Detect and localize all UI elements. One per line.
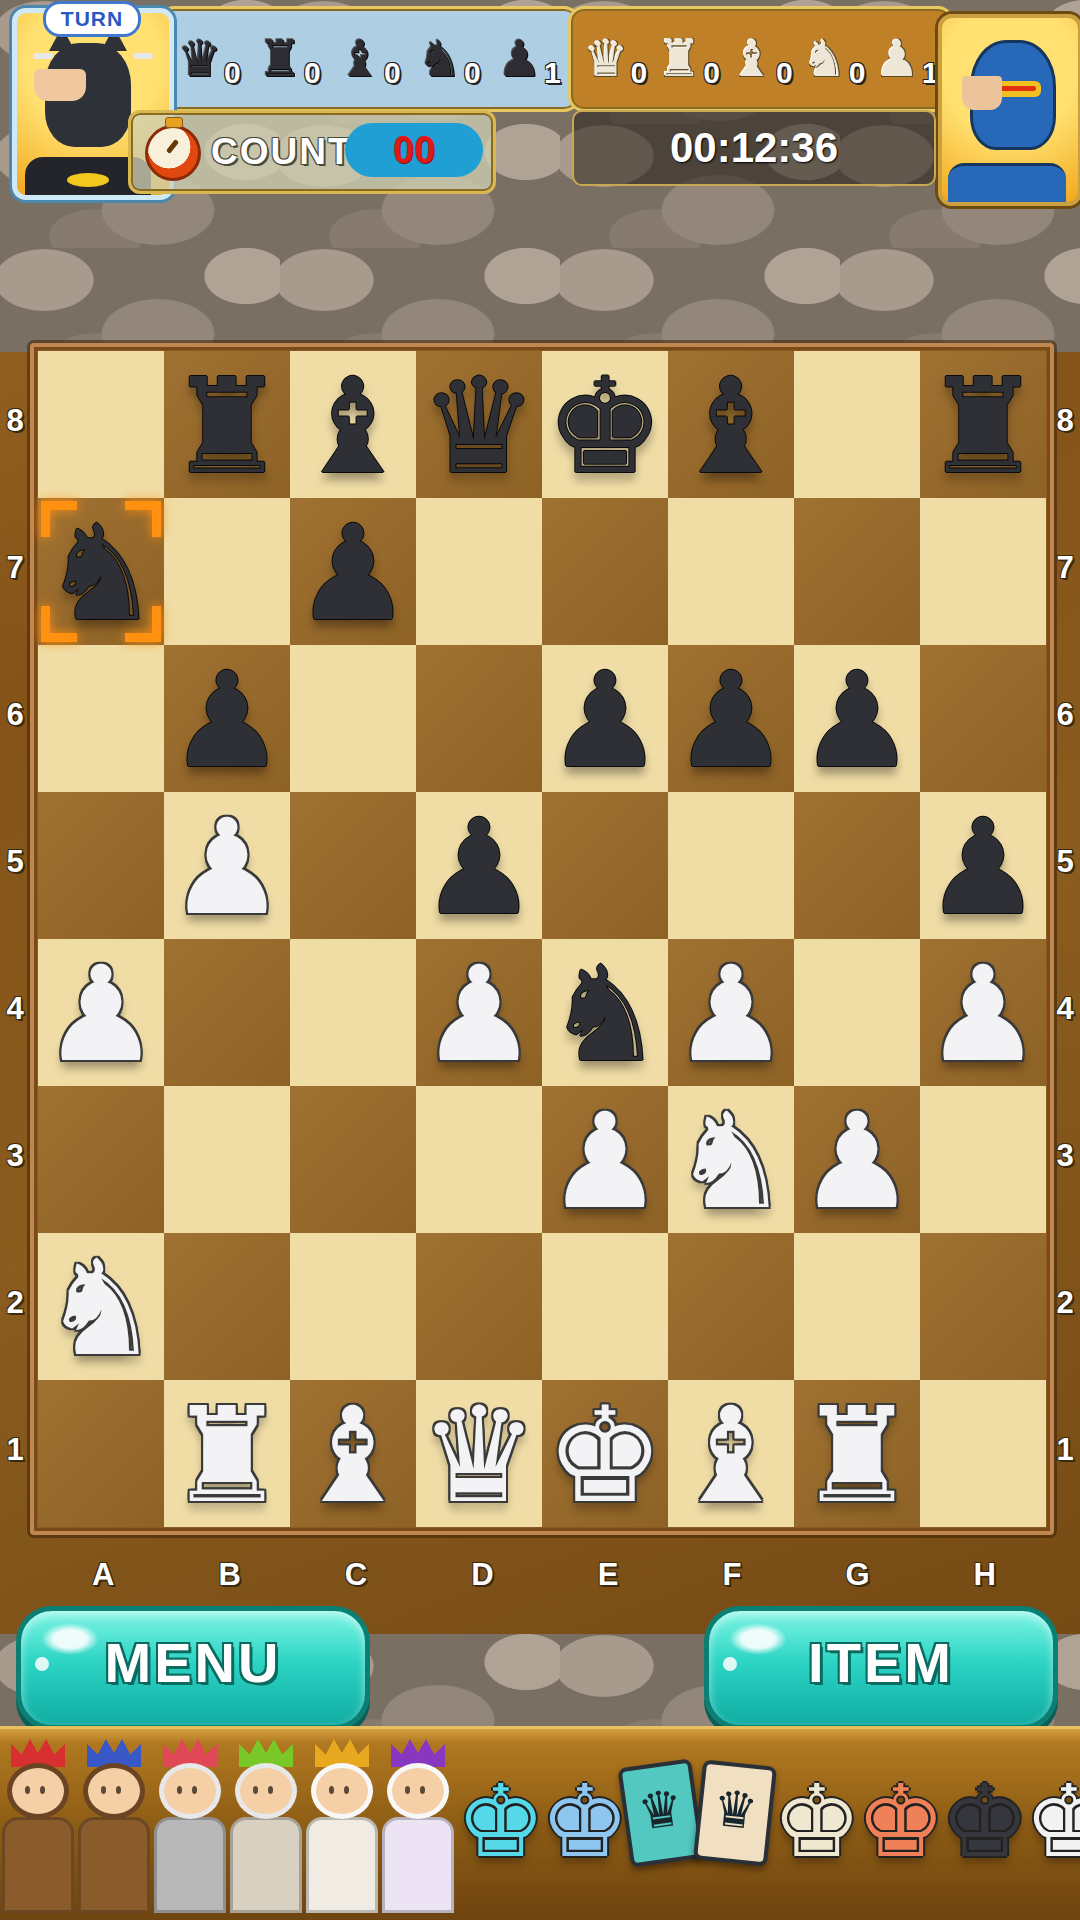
file-label-d: D <box>471 1557 493 1593</box>
piece-black-king: ♚ <box>542 351 668 498</box>
square-c3[interactable] <box>290 1086 416 1233</box>
chess-board: ♜♝♛♚♝♜♞♟♟♟♟♟♟♟♟♟♟♞♟♟♟♞♟♞♜♝♛♚♝♜ <box>38 351 1046 1527</box>
square-g5[interactable] <box>794 792 920 939</box>
game-screen: ♛0♜0♝0♞0♟1 ♛0♜0♝0♞0♟1 TURN COUNT 00 00:1… <box>0 0 1080 1920</box>
character-robe <box>78 1817 150 1913</box>
captured-count: 0 <box>703 56 720 90</box>
square-d4[interactable]: ♟ <box>416 939 542 1086</box>
skin-piece-black-king[interactable]: ♚ <box>940 1737 1024 1920</box>
piece-black-bishop: ♝ <box>290 351 416 498</box>
piece-black-pawn: ♟ <box>542 645 668 792</box>
square-a6[interactable] <box>38 645 164 792</box>
piece-white-knight: ♞ <box>668 1086 794 1233</box>
rank-label-8: 8 <box>1056 403 1073 439</box>
file-label-g: G <box>845 1557 869 1593</box>
file-label-a: A <box>92 1557 114 1593</box>
captured-count: 0 <box>464 56 481 90</box>
character-robe <box>230 1817 302 1913</box>
captured-count: 0 <box>776 56 793 90</box>
rank-label-4: 4 <box>6 991 23 1027</box>
count-panel: COUNT 00 <box>128 110 496 194</box>
square-b4[interactable] <box>164 939 290 1086</box>
skin-piece-coral-king[interactable]: ♚ <box>856 1737 940 1920</box>
square-a1[interactable] <box>38 1380 164 1527</box>
skin-piece-blue-king[interactable]: ♚ <box>540 1737 624 1920</box>
square-a7[interactable]: ♞ <box>38 498 164 645</box>
piece-white-king: ♚ <box>542 1380 668 1527</box>
rank-label-2: 2 <box>1056 1285 1073 1321</box>
square-e4[interactable]: ♞ <box>542 939 668 1086</box>
file-label-f: F <box>722 1557 741 1593</box>
character-robe <box>306 1817 378 1913</box>
character-robe <box>2 1817 74 1913</box>
square-f2[interactable] <box>668 1233 794 1380</box>
captured-count: 0 <box>849 56 866 90</box>
skin-king-red-crown[interactable] <box>0 1737 76 1920</box>
white-bishop-icon: ♝ <box>729 28 774 90</box>
rank-label-5: 5 <box>6 844 23 880</box>
captured-black-pawn: ♟1 <box>497 28 561 90</box>
file-label-e: E <box>598 1557 619 1593</box>
white-pawn-icon: ♟ <box>875 28 920 90</box>
piece-white-pawn: ♟ <box>920 939 1046 1086</box>
piece-white-pawn: ♟ <box>668 939 794 1086</box>
character-face <box>159 1763 221 1819</box>
skin-king-red-turban[interactable] <box>152 1737 228 1920</box>
square-h3[interactable] <box>920 1086 1046 1233</box>
square-f4[interactable]: ♟ <box>668 939 794 1086</box>
square-h8[interactable]: ♜ <box>920 351 1046 498</box>
square-f6[interactable]: ♟ <box>668 645 794 792</box>
square-b1[interactable]: ♜ <box>164 1380 290 1527</box>
square-e3[interactable]: ♟ <box>542 1086 668 1233</box>
square-e6[interactable]: ♟ <box>542 645 668 792</box>
square-f7[interactable] <box>668 498 794 645</box>
captured-count: 0 <box>304 56 321 90</box>
square-d6[interactable] <box>416 645 542 792</box>
captured-white-bishop: ♝0 <box>729 28 793 90</box>
captured-white-queen: ♛0 <box>584 28 648 90</box>
square-f8[interactable]: ♝ <box>668 351 794 498</box>
captured-white-knight: ♞0 <box>802 28 866 90</box>
rank-label-6: 6 <box>1056 697 1073 733</box>
captured-count: 0 <box>630 56 647 90</box>
menu-button[interactable]: MENU <box>16 1606 370 1730</box>
square-d7[interactable] <box>416 498 542 645</box>
square-h2[interactable] <box>920 1233 1046 1380</box>
character-robe <box>154 1817 226 1913</box>
square-b7[interactable] <box>164 498 290 645</box>
square-e5[interactable] <box>542 792 668 939</box>
square-e2[interactable] <box>542 1233 668 1380</box>
piece-white-pawn: ♟ <box>542 1086 668 1233</box>
captured-black-pieces-tray: ♛0♜0♝0♞0♟1 <box>158 6 580 112</box>
square-c5[interactable] <box>290 792 416 939</box>
captured-count: 0 <box>384 56 401 90</box>
square-f1[interactable]: ♝ <box>668 1380 794 1527</box>
piece-white-pawn: ♟ <box>164 792 290 939</box>
captured-black-rook: ♜0 <box>257 28 321 90</box>
piece-black-queen: ♛ <box>416 351 542 498</box>
captured-count: 1 <box>544 56 561 90</box>
square-g1[interactable]: ♜ <box>794 1380 920 1527</box>
piece-white-knight: ♞ <box>38 1233 164 1380</box>
captured-white-rook: ♜0 <box>656 28 720 90</box>
square-e1[interactable]: ♚ <box>542 1380 668 1527</box>
black-pawn-icon: ♟ <box>497 28 542 90</box>
square-d8[interactable]: ♛ <box>416 351 542 498</box>
captured-black-queen: ♛0 <box>177 28 241 90</box>
skin-piece-ivory-king[interactable]: ♚ <box>772 1737 856 1920</box>
rank-labels-right: 87654321 <box>1052 347 1078 1523</box>
rank-label-5: 5 <box>1056 844 1073 880</box>
rank-label-7: 7 <box>1056 550 1073 586</box>
rank-labels-left: 87654321 <box>2 347 28 1523</box>
square-h7[interactable] <box>920 498 1046 645</box>
piece-white-rook: ♜ <box>794 1380 920 1527</box>
piece-white-bishop: ♝ <box>290 1380 416 1527</box>
black-bishop-icon: ♝ <box>337 28 382 90</box>
piece-white-rook: ♜ <box>164 1380 290 1527</box>
square-a2[interactable]: ♞ <box>38 1233 164 1380</box>
piece-black-pawn: ♟ <box>920 792 1046 939</box>
piece-white-queen: ♛ <box>416 1380 542 1527</box>
square-g6[interactable]: ♟ <box>794 645 920 792</box>
piece-white-pawn: ♟ <box>794 1086 920 1233</box>
character-face <box>311 1763 373 1819</box>
rank-label-8: 8 <box>6 403 23 439</box>
piece-black-pawn: ♟ <box>416 792 542 939</box>
count-label: COUNT <box>211 113 353 191</box>
skin-piece-white-king[interactable]: ♚ <box>1024 1737 1080 1920</box>
square-g2[interactable] <box>794 1233 920 1380</box>
chess-board-frame: ♜♝♛♚♝♜♞♟♟♟♟♟♟♟♟♟♟♞♟♟♟♞♟♞♜♝♛♚♝♜ <box>30 343 1054 1535</box>
file-label-h: H <box>974 1557 996 1593</box>
square-h5[interactable]: ♟ <box>920 792 1046 939</box>
square-c7[interactable]: ♟ <box>290 498 416 645</box>
white-queen-icon: ♛ <box>584 28 629 90</box>
square-c2[interactable] <box>290 1233 416 1380</box>
rank-label-3: 3 <box>1056 1138 1073 1174</box>
piece-skin-selector-bar: ♚♚♛♛♚♚♚♚ <box>0 1726 1080 1920</box>
square-d3[interactable] <box>416 1086 542 1233</box>
skin-card-cream-queen[interactable]: ♛ <box>693 1759 777 1866</box>
character-face <box>235 1763 297 1819</box>
character-face <box>387 1763 449 1819</box>
square-h4[interactable]: ♟ <box>920 939 1046 1086</box>
square-h1[interactable] <box>920 1380 1046 1527</box>
file-label-c: C <box>345 1557 367 1593</box>
rank-label-3: 3 <box>6 1138 23 1174</box>
square-f5[interactable] <box>668 792 794 939</box>
piece-black-pawn: ♟ <box>794 645 920 792</box>
rank-label-2: 2 <box>6 1285 23 1321</box>
square-g4[interactable] <box>794 939 920 1086</box>
piece-white-bishop: ♝ <box>668 1380 794 1527</box>
square-f3[interactable]: ♞ <box>668 1086 794 1233</box>
skin-king-blue-crown[interactable] <box>76 1737 152 1920</box>
skin-card-teal-queen[interactable]: ♛ <box>617 1758 704 1867</box>
square-b6[interactable]: ♟ <box>164 645 290 792</box>
skin-queen-purple-crown[interactable] <box>380 1737 456 1920</box>
piece-white-pawn: ♟ <box>38 939 164 1086</box>
file-label-b: B <box>218 1557 240 1593</box>
skin-piece-cyan-king[interactable]: ♚ <box>456 1737 540 1920</box>
rank-label-6: 6 <box>6 697 23 733</box>
rank-label-1: 1 <box>6 1432 23 1468</box>
captured-black-knight: ♞0 <box>417 28 481 90</box>
character-face <box>83 1763 145 1819</box>
skin-king-green-crown[interactable] <box>228 1737 304 1920</box>
game-timer: 00:12:36 <box>572 110 936 186</box>
piece-black-rook: ♜ <box>920 351 1046 498</box>
square-a8[interactable] <box>38 351 164 498</box>
captured-count: 1 <box>922 56 939 90</box>
square-d2[interactable] <box>416 1233 542 1380</box>
player-right-avatar-cyclops <box>938 14 1080 206</box>
count-value-badge: 00 <box>345 123 483 177</box>
square-c8[interactable]: ♝ <box>290 351 416 498</box>
square-g8[interactable] <box>794 351 920 498</box>
captured-white-pawn: ♟1 <box>875 28 939 90</box>
piece-white-pawn: ♟ <box>416 939 542 1086</box>
square-d5[interactable]: ♟ <box>416 792 542 939</box>
square-c6[interactable] <box>290 645 416 792</box>
square-a3[interactable] <box>38 1086 164 1233</box>
character-face <box>7 1763 69 1819</box>
square-b8[interactable]: ♜ <box>164 351 290 498</box>
square-g7[interactable] <box>794 498 920 645</box>
piece-black-pawn: ♟ <box>290 498 416 645</box>
square-g3[interactable]: ♟ <box>794 1086 920 1233</box>
piece-black-bishop: ♝ <box>668 351 794 498</box>
square-h6[interactable] <box>920 645 1046 792</box>
square-a4[interactable]: ♟ <box>38 939 164 1086</box>
square-a5[interactable] <box>38 792 164 939</box>
piece-black-knight: ♞ <box>542 939 668 1086</box>
piece-black-rook: ♜ <box>164 351 290 498</box>
square-c4[interactable] <box>290 939 416 1086</box>
item-button[interactable]: ITEM <box>704 1606 1058 1730</box>
stopwatch-icon <box>145 125 201 181</box>
file-labels: ABCDEFGH <box>40 1552 1048 1598</box>
piece-black-knight: ♞ <box>38 498 164 645</box>
skin-queen-gold-crown[interactable] <box>304 1737 380 1920</box>
piece-black-pawn: ♟ <box>164 645 290 792</box>
square-b5[interactable]: ♟ <box>164 792 290 939</box>
square-b2[interactable] <box>164 1233 290 1380</box>
square-c1[interactable]: ♝ <box>290 1380 416 1527</box>
black-knight-icon: ♞ <box>417 28 462 90</box>
square-b3[interactable] <box>164 1086 290 1233</box>
white-rook-icon: ♜ <box>656 28 701 90</box>
square-e7[interactable] <box>542 498 668 645</box>
black-queen-icon: ♛ <box>177 28 222 90</box>
white-knight-icon: ♞ <box>802 28 847 90</box>
rank-label-1: 1 <box>1056 1432 1073 1468</box>
captured-black-bishop: ♝0 <box>337 28 401 90</box>
square-d1[interactable]: ♛ <box>416 1380 542 1527</box>
black-rook-icon: ♜ <box>257 28 302 90</box>
turn-badge: TURN <box>43 1 141 37</box>
rank-label-7: 7 <box>6 550 23 586</box>
captured-count: 0 <box>224 56 241 90</box>
captured-white-pieces-tray: ♛0♜0♝0♞0♟1 <box>568 6 954 112</box>
piece-black-pawn: ♟ <box>668 645 794 792</box>
square-e8[interactable]: ♚ <box>542 351 668 498</box>
character-robe <box>382 1817 454 1913</box>
rank-label-4: 4 <box>1056 991 1073 1027</box>
